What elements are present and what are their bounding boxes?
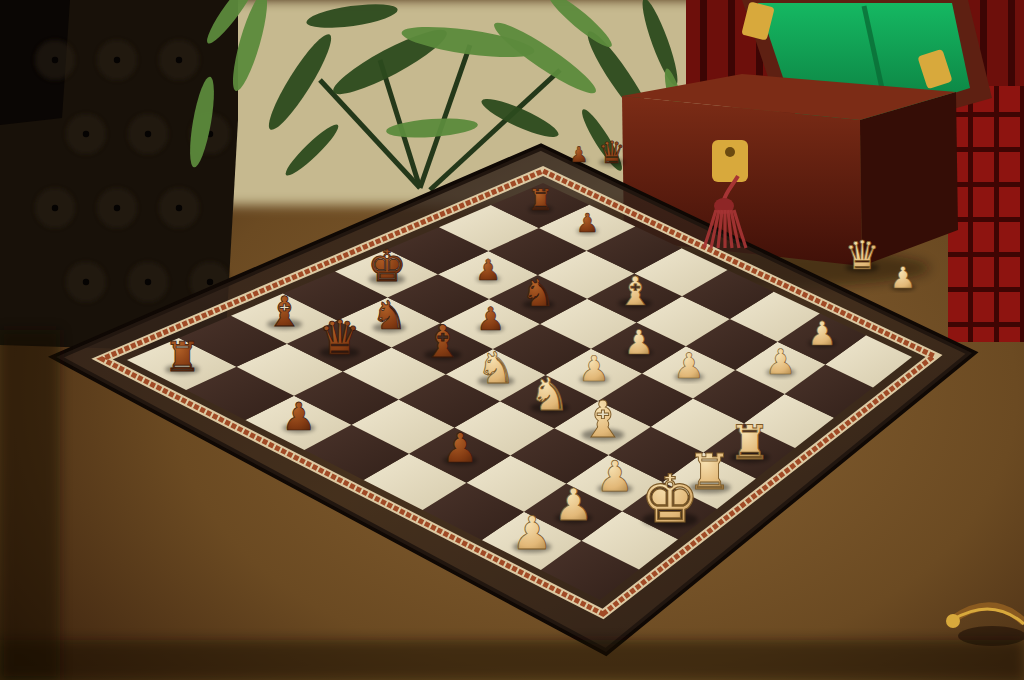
piece-white-bishop-g5[interactable]: ♝ [617, 268, 653, 314]
chair-button [83, 279, 89, 285]
left-vignette [0, 330, 60, 680]
chess-scene-canvas: ♟♛♜♟♛♚♟♟♝♞♝♞♟♟♛♟♝♜♟♟♟♞♞♟♝♜♟♜♟♚♟♟ [0, 0, 1024, 680]
lattice-line-h [948, 147, 1024, 152]
piece-black-pawn-e6[interactable]: ♟ [476, 300, 505, 338]
piece-white-pawn-h2[interactable]: ♟ [807, 314, 837, 353]
chair-button [145, 131, 151, 137]
piece-white-rook-e1[interactable]: ♜ [728, 415, 770, 470]
piece-black-pawn-a6[interactable]: ♟ [282, 394, 316, 439]
piece-white-king-c1[interactable]: ♚ [640, 460, 699, 538]
piece-white-pawn-c2[interactable]: ♟ [596, 452, 634, 501]
chair-button [114, 57, 120, 63]
photo-scene: ♟♛♜♟♛♚♟♟♝♞♝♞♟♟♛♟♝♜♟♟♟♞♞♟♝♜♟♜♟♚♟♟ [0, 0, 1024, 680]
piece-black-rook-h8[interactable]: ♜ [528, 183, 554, 217]
piece-white-bishop-d3[interactable]: ♝ [580, 390, 626, 449]
piece-black-bishop-d6[interactable]: ♝ [423, 316, 463, 367]
lattice-line-v [1020, 86, 1024, 342]
lattice-line-v [994, 86, 999, 342]
lattice-line-h [948, 287, 1024, 292]
offboard-piece-white-queen[interactable]: ♛ [844, 232, 880, 278]
lattice-line-h [948, 112, 1024, 117]
piece-white-pawn-b2[interactable]: ♟ [554, 479, 594, 530]
chair-button [176, 57, 182, 63]
piece-black-knight-f6[interactable]: ♞ [522, 271, 556, 315]
offboard-piece-white-pawn[interactable]: ♟ [890, 261, 916, 295]
lattice-line-v [968, 86, 973, 342]
chair-button [83, 131, 89, 137]
lattice-line-h [948, 252, 1024, 257]
piece-black-knight-d7[interactable]: ♞ [371, 292, 406, 338]
piece-black-rook-a8[interactable]: ♜ [164, 333, 201, 381]
cabinet-slat [1008, 0, 1015, 96]
lattice-line-h [948, 217, 1024, 222]
lattice-line-h [948, 322, 1024, 327]
piece-white-pawn-g2[interactable]: ♟ [765, 342, 796, 382]
chair-button [52, 205, 58, 211]
chair-button [176, 205, 182, 211]
piece-black-pawn-f7[interactable]: ♟ [475, 253, 501, 287]
offboard-piece-black-pawn[interactable]: ♟ [569, 142, 588, 167]
piece-black-bishop-c8[interactable]: ♝ [266, 287, 304, 336]
piece-white-pawn-f4[interactable]: ♟ [624, 323, 654, 362]
chair-button [207, 279, 213, 285]
piece-black-king-e8[interactable]: ♚ [367, 241, 406, 291]
chair-button [145, 279, 151, 285]
piece-black-pawn-b4[interactable]: ♟ [442, 424, 478, 472]
piece-black-queen-c7[interactable]: ♛ [318, 310, 360, 365]
piece-white-pawn-e4[interactable]: ♟ [578, 348, 610, 389]
piece-black-pawn-h7[interactable]: ♟ [576, 208, 599, 238]
brass-keyhole [725, 147, 735, 157]
bottom-vignette [0, 640, 1024, 680]
red-lattice-panel [948, 86, 1024, 342]
chair-button [114, 205, 120, 211]
lattice-line-h [948, 182, 1024, 187]
offboard-piece-black-queen[interactable]: ♛ [598, 135, 625, 170]
chair-button [52, 57, 58, 63]
brass-lock-plate [712, 140, 748, 182]
handle-rosette [946, 614, 960, 628]
piece-white-pawn-f3[interactable]: ♟ [673, 345, 705, 386]
piece-white-pawn-a2[interactable]: ♟ [511, 506, 552, 560]
piece-white-knight-d4[interactable]: ♞ [529, 368, 570, 421]
piece-white-knight-d5[interactable]: ♞ [476, 342, 515, 393]
